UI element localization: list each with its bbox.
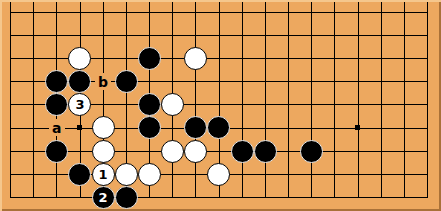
board-point [138, 93, 161, 116]
white-stone [92, 116, 115, 139]
black-stone [231, 140, 254, 163]
board-point [115, 186, 138, 209]
black-stone [138, 116, 161, 139]
white-stone [68, 47, 91, 70]
board-point [45, 70, 68, 93]
board-point [300, 140, 323, 163]
board-point: 3 [68, 93, 91, 116]
board-point [184, 116, 207, 139]
hoshi-dot [77, 125, 82, 130]
board-point [161, 93, 184, 116]
black-stone [207, 116, 230, 139]
point-label-a: a [49, 119, 65, 136]
board-point [207, 163, 230, 186]
white-stone [161, 93, 184, 116]
black-stone [254, 140, 277, 163]
black-stone [45, 93, 68, 116]
white-stone [138, 163, 161, 186]
hoshi-dot [355, 125, 360, 130]
board-point [254, 140, 277, 163]
black-stone [45, 140, 68, 163]
white-stone-move-1: 1 [92, 163, 115, 186]
board-point [161, 140, 184, 163]
board-point [184, 140, 207, 163]
label-point-a: a [45, 116, 68, 139]
board-point [68, 163, 91, 186]
board-point: 1 [92, 163, 115, 186]
board-points-grid: 312ab [0, 1, 439, 209]
white-stone-move-3: 3 [68, 93, 91, 116]
board-point [138, 47, 161, 70]
go-board-diagram: 312ab [0, 0, 441, 211]
black-stone [68, 70, 91, 93]
hoshi-point [346, 116, 369, 139]
board-point [184, 47, 207, 70]
white-stone [207, 163, 230, 186]
white-stone [92, 140, 115, 163]
board-point [115, 163, 138, 186]
white-stone [115, 163, 138, 186]
black-stone-move-2: 2 [92, 186, 115, 209]
board-point [68, 47, 91, 70]
black-stone [45, 70, 68, 93]
board-point: 2 [92, 186, 115, 209]
board-point [115, 70, 138, 93]
board-point [138, 116, 161, 139]
point-label-b: b [95, 73, 111, 90]
black-stone [138, 47, 161, 70]
black-stone [115, 70, 138, 93]
white-stone [184, 140, 207, 163]
white-stone [161, 140, 184, 163]
black-stone [184, 116, 207, 139]
board-point [92, 140, 115, 163]
board-point [92, 116, 115, 139]
label-point-b: b [92, 70, 115, 93]
white-stone [184, 47, 207, 70]
board-point [45, 140, 68, 163]
board-point [68, 70, 91, 93]
black-stone [300, 140, 323, 163]
board-point [138, 163, 161, 186]
hoshi-point [68, 116, 91, 139]
board-point [45, 93, 68, 116]
black-stone [138, 93, 161, 116]
board-point [230, 140, 253, 163]
board-point [207, 116, 230, 139]
black-stone [115, 186, 138, 209]
black-stone [68, 163, 91, 186]
